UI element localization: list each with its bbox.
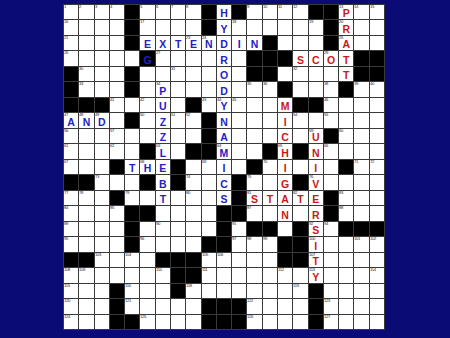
grid-cell[interactable]: 50 [140, 113, 154, 127]
grid-cell[interactable] [247, 268, 261, 282]
grid-cell[interactable] [79, 206, 93, 220]
grid-cell[interactable] [171, 299, 185, 313]
grid-cell[interactable]: 108 [64, 268, 78, 282]
grid-cell[interactable] [339, 253, 353, 267]
grid-cell[interactable] [324, 284, 338, 298]
grid-cell[interactable] [125, 51, 139, 65]
grid-cell[interactable]: N [247, 36, 261, 50]
grid-cell[interactable]: 4 [110, 5, 124, 19]
grid-cell[interactable] [278, 284, 292, 298]
grid-cell[interactable] [278, 222, 292, 236]
grid-cell[interactable]: Y [217, 20, 231, 34]
grid-cell[interactable]: Z [156, 129, 170, 143]
grid-cell[interactable] [110, 253, 124, 267]
grid-cell[interactable] [293, 160, 307, 174]
grid-cell[interactable]: 42 [140, 98, 154, 112]
grid-cell[interactable]: E [309, 191, 323, 205]
grid-cell[interactable] [263, 253, 277, 267]
grid-cell[interactable] [140, 284, 154, 298]
grid-cell[interactable]: 75 [247, 175, 261, 189]
grid-cell[interactable]: 55 [324, 113, 338, 127]
grid-cell[interactable] [232, 113, 246, 127]
grid-cell[interactable] [79, 20, 93, 34]
grid-cell[interactable] [339, 175, 353, 189]
grid-cell[interactable]: 46 [324, 98, 338, 112]
grid-cell[interactable]: 77 [64, 191, 78, 205]
grid-cell[interactable]: 23E [186, 36, 200, 50]
grid-cell[interactable]: I [309, 160, 323, 174]
grid-cell[interactable] [186, 20, 200, 34]
grid-cell[interactable] [354, 129, 368, 143]
grid-cell[interactable] [293, 20, 307, 34]
grid-cell[interactable] [324, 160, 338, 174]
grid-cell[interactable] [354, 175, 368, 189]
grid-cell[interactable] [140, 268, 154, 282]
grid-cell[interactable]: 89 [64, 222, 78, 236]
grid-cell[interactable]: Z [156, 113, 170, 127]
grid-cell[interactable] [263, 20, 277, 34]
grid-cell[interactable] [171, 129, 185, 143]
grid-cell[interactable] [186, 299, 200, 313]
grid-cell[interactable] [370, 299, 384, 313]
grid-cell[interactable] [125, 268, 139, 282]
grid-cell[interactable]: T [171, 36, 185, 50]
grid-cell[interactable]: M [278, 98, 292, 112]
grid-cell[interactable] [263, 206, 277, 220]
grid-cell[interactable] [354, 113, 368, 127]
grid-cell[interactable]: 121 [125, 299, 139, 313]
grid-cell[interactable]: 30 [79, 67, 93, 81]
grid-cell[interactable] [186, 315, 200, 329]
grid-cell[interactable] [202, 222, 216, 236]
grid-cell[interactable] [171, 82, 185, 96]
grid-cell[interactable]: 12 [293, 5, 307, 19]
grid-cell[interactable]: 85 [110, 206, 124, 220]
grid-cell[interactable]: I [232, 36, 246, 50]
grid-cell[interactable] [202, 284, 216, 298]
grid-cell[interactable] [354, 268, 368, 282]
grid-cell[interactable]: 94 [324, 222, 338, 236]
grid-cell[interactable]: 126 [247, 315, 261, 329]
grid-cell[interactable] [95, 222, 109, 236]
grid-cell[interactable]: 31 [171, 67, 185, 81]
grid-cell[interactable] [232, 129, 246, 143]
grid-cell[interactable] [95, 299, 109, 313]
grid-cell[interactable]: S [217, 191, 231, 205]
grid-cell[interactable]: 124 [64, 315, 78, 329]
grid-cell[interactable] [125, 144, 139, 158]
grid-cell[interactable]: 106 [217, 253, 231, 267]
grid-cell[interactable] [95, 67, 109, 81]
grid-cell[interactable] [232, 160, 246, 174]
grid-cell[interactable] [156, 67, 170, 81]
grid-cell[interactable] [339, 268, 353, 282]
grid-cell[interactable]: 82T [293, 191, 307, 205]
grid-cell[interactable] [110, 222, 124, 236]
grid-cell[interactable]: 83 [339, 191, 353, 205]
grid-cell[interactable] [140, 299, 154, 313]
grid-cell[interactable] [263, 129, 277, 143]
grid-cell[interactable] [278, 67, 292, 81]
grid-cell[interactable] [263, 98, 277, 112]
grid-cell[interactable]: 68H [140, 160, 154, 174]
grid-cell[interactable]: 11 [278, 5, 292, 19]
grid-cell[interactable]: I [217, 160, 231, 174]
grid-cell[interactable]: 29O [324, 51, 338, 65]
grid-cell[interactable]: 67 [64, 160, 78, 174]
grid-cell[interactable] [370, 284, 384, 298]
grid-cell[interactable]: 109 [79, 268, 93, 282]
grid-cell[interactable] [202, 175, 216, 189]
grid-cell[interactable] [156, 284, 170, 298]
grid-cell[interactable] [354, 206, 368, 220]
grid-cell[interactable]: 18 [232, 20, 246, 34]
grid-cell[interactable]: 35 [247, 82, 261, 96]
grid-cell[interactable]: O [217, 67, 231, 81]
grid-cell[interactable] [79, 160, 93, 174]
grid-cell[interactable] [247, 129, 261, 143]
grid-cell[interactable]: 14 [354, 5, 368, 19]
grid-cell[interactable]: 7 [171, 5, 185, 19]
grid-cell[interactable]: C [309, 51, 323, 65]
grid-cell[interactable]: 123 [324, 299, 338, 313]
grid-cell[interactable] [186, 206, 200, 220]
grid-cell[interactable]: 74 [186, 175, 200, 189]
grid-cell[interactable]: 110 [156, 268, 170, 282]
grid-cell[interactable] [247, 284, 261, 298]
grid-cell[interactable] [95, 36, 109, 50]
grid-cell[interactable]: 116 [125, 284, 139, 298]
grid-cell[interactable]: 24N [202, 36, 216, 50]
grid-cell[interactable] [232, 82, 246, 96]
grid-cell[interactable] [79, 144, 93, 158]
grid-cell[interactable]: H [217, 5, 231, 19]
grid-cell[interactable] [339, 113, 353, 127]
grid-cell[interactable]: 15 [370, 5, 384, 19]
grid-cell[interactable]: 16 [64, 20, 78, 34]
grid-cell[interactable] [263, 299, 277, 313]
grid-cell[interactable] [171, 206, 185, 220]
grid-cell[interactable]: A [278, 191, 292, 205]
grid-cell[interactable] [309, 113, 323, 127]
grid-cell[interactable]: 48N [79, 113, 93, 127]
grid-cell[interactable] [278, 20, 292, 34]
grid-cell[interactable] [140, 253, 154, 267]
grid-cell[interactable] [263, 113, 277, 127]
grid-cell[interactable] [186, 51, 200, 65]
grid-cell[interactable]: 91 [232, 222, 246, 236]
grid-cell[interactable]: 57 [110, 129, 124, 143]
grid-cell[interactable]: 38 [324, 82, 338, 96]
grid-cell[interactable]: 114 [370, 268, 384, 282]
grid-cell[interactable] [186, 129, 200, 143]
grid-cell[interactable] [232, 67, 246, 81]
grid-cell[interactable] [232, 253, 246, 267]
grid-cell[interactable] [95, 129, 109, 143]
grid-cell[interactable] [156, 237, 170, 251]
grid-cell[interactable] [156, 299, 170, 313]
grid-cell[interactable] [263, 175, 277, 189]
grid-cell[interactable] [171, 51, 185, 65]
grid-cell[interactable] [125, 129, 139, 143]
grid-cell[interactable]: 51 [171, 113, 185, 127]
grid-cell[interactable]: N [217, 113, 231, 127]
grid-cell[interactable] [339, 98, 353, 112]
grid-cell[interactable]: R [309, 206, 323, 220]
grid-cell[interactable] [293, 129, 307, 143]
grid-cell[interactable] [370, 191, 384, 205]
grid-cell[interactable]: 19 [309, 20, 323, 34]
grid-cell[interactable]: 103 [95, 253, 109, 267]
grid-cell[interactable]: 80 [186, 191, 200, 205]
grid-cell[interactable]: 113Y [309, 268, 323, 282]
grid-cell[interactable]: 2 [79, 5, 93, 19]
grid-cell[interactable]: 115 [64, 284, 78, 298]
grid-cell[interactable] [110, 20, 124, 34]
grid-cell[interactable] [247, 20, 261, 34]
grid-cell[interactable]: N [309, 144, 323, 158]
grid-cell[interactable] [370, 175, 384, 189]
grid-cell[interactable] [339, 144, 353, 158]
grid-cell[interactable]: 71 [354, 160, 368, 174]
grid-cell[interactable]: 92S [309, 222, 323, 236]
grid-cell[interactable] [140, 191, 154, 205]
grid-cell[interactable] [324, 67, 338, 81]
grid-cell[interactable] [171, 315, 185, 329]
grid-cell[interactable] [232, 51, 246, 65]
grid-cell[interactable] [263, 284, 277, 298]
grid-cell[interactable]: 10 [263, 5, 277, 19]
grid-cell[interactable] [370, 253, 384, 267]
grid-cell[interactable] [217, 268, 231, 282]
grid-cell[interactable]: 25A [339, 36, 353, 50]
grid-cell[interactable] [202, 82, 216, 96]
grid-cell[interactable] [186, 82, 200, 96]
grid-cell[interactable]: 3 [95, 5, 109, 19]
grid-cell[interactable]: B [156, 175, 170, 189]
grid-cell[interactable] [354, 299, 368, 313]
grid-cell[interactable]: 62 [110, 144, 124, 158]
grid-cell[interactable]: 81S [247, 191, 261, 205]
grid-cell[interactable] [95, 237, 109, 251]
grid-cell[interactable] [324, 237, 338, 251]
grid-cell[interactable] [95, 160, 109, 174]
grid-cell[interactable]: R [217, 51, 231, 65]
grid-cell[interactable]: 69 [202, 160, 216, 174]
grid-cell[interactable] [95, 20, 109, 34]
grid-cell[interactable]: D [217, 36, 231, 50]
grid-cell[interactable] [95, 268, 109, 282]
grid-cell[interactable]: 36 [263, 82, 277, 96]
grid-cell[interactable]: 97 [232, 237, 246, 251]
grid-cell[interactable]: 112 [278, 268, 292, 282]
grid-cell[interactable] [247, 98, 261, 112]
grid-cell[interactable]: 96 [140, 237, 154, 251]
grid-cell[interactable] [79, 222, 93, 236]
grid-cell[interactable]: N [278, 206, 292, 220]
grid-cell[interactable]: 9 [247, 5, 261, 19]
grid-cell[interactable] [370, 113, 384, 127]
grid-cell[interactable]: 52 [186, 113, 200, 127]
grid-cell[interactable] [171, 20, 185, 34]
grid-cell[interactable] [186, 160, 200, 174]
grid-cell[interactable] [110, 268, 124, 282]
grid-cell[interactable] [293, 206, 307, 220]
grid-cell[interactable]: 73 [95, 175, 109, 189]
grid-cell[interactable] [324, 253, 338, 267]
grid-cell[interactable] [95, 82, 109, 96]
grid-cell[interactable]: 45 [232, 98, 246, 112]
grid-cell[interactable] [171, 98, 185, 112]
grid-cell[interactable]: 64M [217, 144, 231, 158]
grid-cell[interactable] [247, 113, 261, 127]
grid-cell[interactable] [202, 67, 216, 81]
grid-cell[interactable] [370, 36, 384, 50]
grid-cell[interactable] [171, 144, 185, 158]
grid-cell[interactable]: G [278, 175, 292, 189]
grid-cell[interactable]: 54 [293, 113, 307, 127]
grid-cell[interactable] [370, 129, 384, 143]
grid-cell[interactable]: 127 [324, 315, 338, 329]
grid-cell[interactable] [110, 67, 124, 81]
grid-cell[interactable]: U [156, 98, 170, 112]
grid-cell[interactable]: 1 [64, 5, 78, 19]
grid-cell[interactable] [263, 315, 277, 329]
grid-cell[interactable] [110, 51, 124, 65]
grid-cell[interactable]: 79 [125, 191, 139, 205]
grid-cell[interactable]: C [217, 175, 231, 189]
grid-cell[interactable]: 27 [156, 51, 170, 65]
grid-cell[interactable]: 39 [354, 82, 368, 96]
grid-cell[interactable] [370, 206, 384, 220]
grid-cell[interactable]: 70 [263, 160, 277, 174]
grid-cell[interactable] [79, 129, 93, 143]
grid-cell[interactable]: 40 [370, 82, 384, 96]
grid-cell[interactable]: C [278, 129, 292, 143]
grid-cell[interactable]: 65H [278, 144, 292, 158]
grid-cell[interactable] [186, 67, 200, 81]
grid-cell[interactable] [95, 191, 109, 205]
grid-cell[interactable] [232, 284, 246, 298]
grid-cell[interactable] [79, 299, 93, 313]
grid-cell[interactable]: 49D [95, 113, 109, 127]
grid-cell[interactable] [354, 20, 368, 34]
grid-cell[interactable] [95, 51, 109, 65]
grid-cell[interactable]: 119 [293, 284, 307, 298]
grid-cell[interactable]: 44Y [217, 98, 231, 112]
grid-cell[interactable] [293, 36, 307, 50]
grid-cell[interactable] [95, 284, 109, 298]
grid-cell[interactable]: 111 [202, 268, 216, 282]
grid-cell[interactable]: 120 [64, 299, 78, 313]
grid-cell[interactable] [263, 268, 277, 282]
grid-cell[interactable]: 118 [186, 284, 200, 298]
grid-cell[interactable]: 6 [156, 5, 170, 19]
grid-cell[interactable] [125, 98, 139, 112]
grid-cell[interactable]: 100I [309, 237, 323, 251]
grid-cell[interactable]: 21 [64, 36, 78, 50]
grid-cell[interactable]: 95 [64, 237, 78, 251]
grid-cell[interactable] [309, 67, 323, 81]
grid-cell[interactable]: T [339, 51, 353, 65]
grid-cell[interactable]: 61 [64, 144, 78, 158]
grid-cell[interactable]: 33 [79, 82, 93, 96]
grid-cell[interactable] [354, 253, 368, 267]
grid-cell[interactable]: 20R [339, 20, 353, 34]
grid-cell[interactable]: E [156, 160, 170, 174]
grid-cell[interactable] [140, 129, 154, 143]
grid-cell[interactable]: T [263, 191, 277, 205]
grid-cell[interactable] [324, 268, 338, 282]
grid-cell[interactable] [156, 206, 170, 220]
grid-cell[interactable] [95, 315, 109, 329]
grid-cell[interactable] [217, 284, 231, 298]
grid-cell[interactable]: 56 [64, 129, 78, 143]
grid-cell[interactable] [339, 284, 353, 298]
grid-cell[interactable] [140, 67, 154, 81]
grid-cell[interactable] [110, 113, 124, 127]
grid-cell[interactable] [202, 51, 216, 65]
grid-cell[interactable] [95, 206, 109, 220]
grid-cell[interactable] [125, 175, 139, 189]
grid-cell[interactable]: 76V [309, 175, 323, 189]
grid-cell[interactable] [140, 222, 154, 236]
grid-cell[interactable]: E [140, 36, 154, 50]
grid-cell[interactable]: 63L [156, 144, 170, 158]
grid-cell[interactable]: 17 [140, 20, 154, 34]
grid-cell[interactable]: 78 [79, 191, 93, 205]
grid-cell[interactable] [79, 36, 93, 50]
grid-cell[interactable]: T [156, 191, 170, 205]
grid-cell[interactable]: 13P [339, 5, 353, 19]
grid-cell[interactable] [95, 144, 109, 158]
grid-cell[interactable] [171, 191, 185, 205]
grid-cell[interactable]: 26 [64, 51, 78, 65]
grid-cell[interactable]: 101 [354, 237, 368, 251]
grid-cell[interactable]: 59U [309, 129, 323, 143]
grid-cell[interactable]: 47A [64, 113, 78, 127]
grid-cell[interactable] [156, 20, 170, 34]
grid-cell[interactable]: 5 [140, 5, 154, 19]
grid-cell[interactable]: 105 [202, 253, 216, 267]
grid-cell[interactable] [171, 222, 185, 236]
grid-cell[interactable] [354, 315, 368, 329]
grid-cell[interactable] [186, 222, 200, 236]
grid-cell[interactable] [354, 144, 368, 158]
grid-cell[interactable]: I [278, 113, 292, 127]
grid-cell[interactable] [202, 191, 216, 205]
grid-cell[interactable]: 84 [64, 206, 78, 220]
grid-cell[interactable] [186, 237, 200, 251]
grid-cell[interactable]: T [125, 160, 139, 174]
grid-cell[interactable] [354, 191, 368, 205]
grid-cell[interactable]: 60 [339, 129, 353, 143]
grid-cell[interactable]: 43 [202, 98, 216, 112]
grid-cell[interactable] [370, 20, 384, 34]
grid-cell[interactable] [354, 36, 368, 50]
grid-cell[interactable]: 99 [263, 237, 277, 251]
grid-cell[interactable] [293, 82, 307, 96]
grid-cell[interactable] [156, 315, 170, 329]
grid-cell[interactable]: S [293, 51, 307, 65]
grid-cell[interactable]: 125 [140, 315, 154, 329]
grid-cell[interactable]: 72 [370, 160, 384, 174]
grid-cell[interactable] [79, 51, 93, 65]
grid-cell[interactable] [278, 315, 292, 329]
grid-cell[interactable] [202, 206, 216, 220]
grid-cell[interactable]: I [278, 160, 292, 174]
grid-cell[interactable] [110, 36, 124, 50]
